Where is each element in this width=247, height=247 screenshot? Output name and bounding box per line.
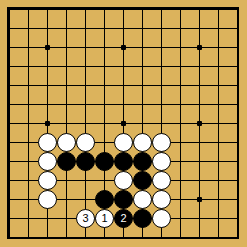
grid-line-vertical	[237, 9, 238, 237]
stone-white-C6	[38, 133, 57, 152]
star-point	[121, 45, 126, 50]
stone-black-F3	[95, 190, 114, 209]
grid-line-horizontal	[9, 237, 237, 238]
stone-black-H5	[133, 152, 152, 171]
stone-black-F5	[95, 152, 114, 171]
star-point	[197, 45, 202, 50]
stone-white-C5	[38, 152, 57, 171]
move-number-label: 1	[101, 213, 107, 224]
stone-white-G4	[114, 171, 133, 190]
stone-white-J6	[152, 133, 171, 152]
go-board-diagram: 312	[0, 0, 247, 247]
stone-black-G2: 2	[114, 209, 133, 228]
grid-line-vertical	[218, 9, 219, 237]
stone-white-J2	[152, 209, 171, 228]
stone-black-E5	[76, 152, 95, 171]
stone-white-E6	[76, 133, 95, 152]
stone-black-H2	[133, 209, 152, 228]
star-point	[197, 121, 202, 126]
stone-white-J5	[152, 152, 171, 171]
stone-black-H4	[133, 171, 152, 190]
star-point	[197, 197, 202, 202]
star-point	[45, 121, 50, 126]
stone-black-G5	[114, 152, 133, 171]
stone-white-H3	[133, 190, 152, 209]
stone-white-E2: 3	[76, 209, 95, 228]
star-point	[121, 121, 126, 126]
stone-white-F2: 1	[95, 209, 114, 228]
stone-white-J3	[152, 190, 171, 209]
move-number-label: 2	[120, 213, 126, 224]
move-number-label: 3	[82, 213, 88, 224]
stone-white-C3	[38, 190, 57, 209]
stone-black-G3	[114, 190, 133, 209]
stone-white-H6	[133, 133, 152, 152]
grid-line-vertical	[180, 9, 181, 237]
stone-white-G6	[114, 133, 133, 152]
star-point	[45, 45, 50, 50]
stone-white-D6	[57, 133, 76, 152]
stone-white-J4	[152, 171, 171, 190]
stone-black-D5	[57, 152, 76, 171]
stone-white-C4	[38, 171, 57, 190]
